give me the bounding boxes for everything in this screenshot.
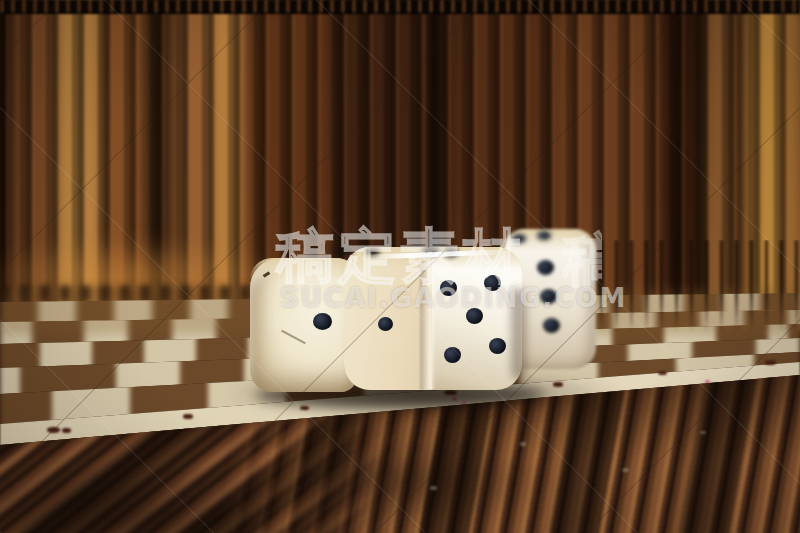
edge-marking xyxy=(658,371,667,375)
dust-speck xyxy=(622,468,629,472)
watermark-latin-text: SUCAI.GAODING.COM xyxy=(280,283,627,313)
dust-speck xyxy=(520,442,526,446)
die-scratch xyxy=(281,330,306,344)
pip xyxy=(378,317,393,331)
edge-marking xyxy=(183,414,193,419)
curtain-top-rail xyxy=(0,0,800,14)
dust-speck xyxy=(700,431,706,434)
pip xyxy=(537,260,554,275)
pip xyxy=(444,347,461,363)
dust-speck xyxy=(430,486,437,490)
pip xyxy=(543,318,560,333)
edge-marking xyxy=(47,427,60,433)
pip xyxy=(537,231,551,240)
edge-marking xyxy=(765,360,776,365)
mat-shadow-center xyxy=(240,430,560,530)
pip xyxy=(313,313,332,330)
pip xyxy=(489,338,506,354)
photo-dice-on-chessboard: 稿定素材 稿 SUCAI.GAODING.COM xyxy=(0,0,800,533)
edge-marking xyxy=(62,428,71,433)
